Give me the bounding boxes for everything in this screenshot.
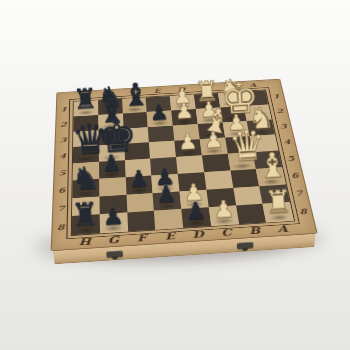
square-f6: ♟ [125, 175, 153, 194]
square-g8: ♟ [100, 213, 128, 234]
square-h8: ♜ [72, 214, 100, 235]
white-bishop-a6: ♝ [257, 149, 285, 183]
coordinate-label: 3 [55, 131, 70, 148]
white-pawn-d2: ♟ [171, 101, 197, 123]
square-b6 [230, 169, 259, 188]
coordinate-label: 3 [274, 118, 292, 134]
black-pawn-f6: ♟ [125, 168, 153, 191]
black-pawn-e7: ♟ [153, 184, 181, 208]
squares-grid: ♜♞♝♟♜♞♝♟♟♟♚♝♟♞♛♚♟♟♟♛♞♟♟♝♟♟♜♟♟♟♜ [72, 90, 294, 235]
perspective-stage: HGFEDCBA 12345678 12345678 ♜♞♝♟♜♞♝♟♟♟♚♝♟… [0, 0, 350, 350]
square-g6 [99, 177, 126, 196]
square-e8 [154, 209, 183, 230]
square-e7: ♟ [153, 191, 182, 211]
clasp-right-icon [237, 242, 253, 249]
square-e4 [149, 141, 176, 159]
black-pawn-d8: ♟ [182, 200, 211, 224]
square-b5: ♛ [227, 152, 256, 170]
square-b8 [236, 204, 267, 224]
black-knight-h6: ♞ [71, 163, 100, 194]
black-pawn-g5: ♟ [98, 153, 125, 176]
black-pawn-g8: ♟ [98, 205, 127, 229]
square-c6 [204, 170, 233, 189]
white-pawn-c8: ♟ [209, 198, 238, 222]
chess-set-photo: HGFEDCBA 12345678 12345678 ♜♞♝♟♜♞♝♟♟♟♚♝♟… [0, 0, 350, 350]
square-e2: ♟ [147, 110, 173, 127]
black-rook-h8: ♜ [70, 200, 100, 231]
white-pawn-d4: ♟ [174, 131, 201, 153]
square-f7 [126, 193, 154, 213]
black-queen-h4: ♛ [71, 120, 99, 160]
square-g5: ♟ [99, 160, 126, 178]
playing-area: ♜♞♝♟♜♞♝♟♟♟♚♝♟♞♛♚♟♟♟♛♞♟♟♝♟♟♜♟♟♟♜ [71, 90, 295, 236]
square-d8: ♟ [181, 207, 211, 228]
square-f8 [127, 211, 156, 232]
square-d5 [176, 155, 204, 173]
coordinate-label: 2 [271, 103, 289, 119]
square-c5 [202, 154, 230, 172]
square-d2: ♟ [171, 109, 197, 125]
square-c8: ♟ [209, 206, 239, 226]
coordinate-label: E [155, 230, 184, 242]
chess-board: HGFEDCBA 12345678 12345678 ♜♞♝♟♜♞♝♟♟♟♚♝♟… [51, 79, 318, 251]
black-pawn-e2: ♟ [147, 102, 173, 124]
square-c4: ♟ [200, 138, 228, 156]
coordinate-label: 1 [57, 101, 72, 117]
square-e3 [148, 125, 174, 142]
coordinate-label: 2 [56, 116, 71, 132]
clasp-left-icon [106, 250, 123, 257]
white-queen-b5: ♛ [227, 126, 255, 167]
coordinate-label: 1 [268, 89, 285, 104]
square-d4: ♟ [174, 139, 201, 157]
square-a8: ♜ [263, 202, 294, 222]
white-rook-a8: ♜ [264, 188, 293, 219]
black-rook-h1: ♜ [72, 86, 98, 114]
white-pawn-c4: ♟ [200, 130, 227, 152]
